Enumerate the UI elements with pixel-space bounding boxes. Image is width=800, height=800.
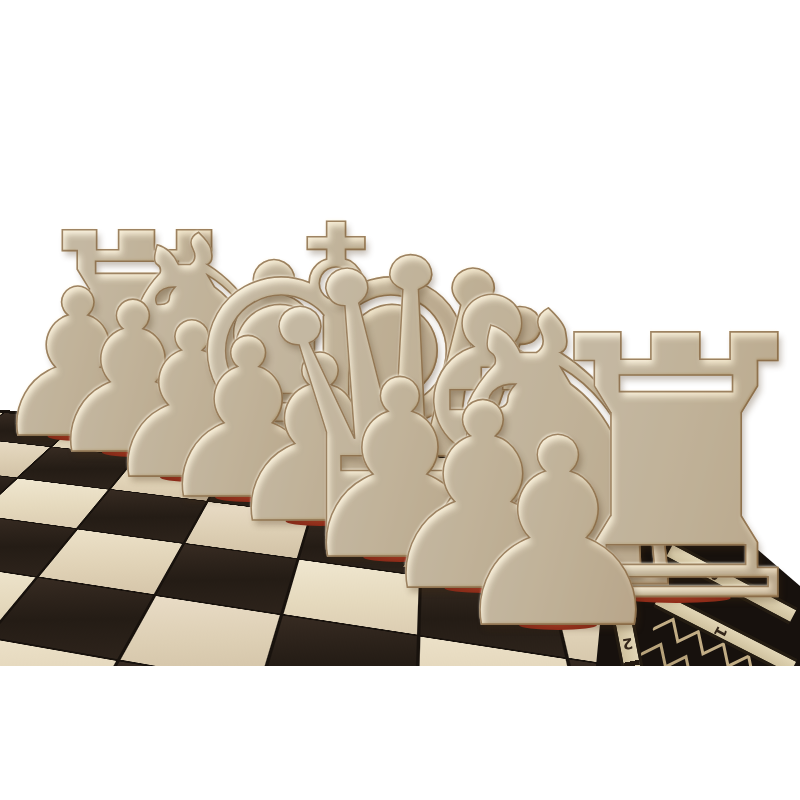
product-photo-stage: 3 2 2 1 ♜♞♟♝♟♟♚♟♟♛♟♝♞♟♜♟ <box>0 0 800 800</box>
photo-crop-bottom <box>0 666 800 800</box>
piece-pawn-8[interactable]: ♟ <box>441 404 674 664</box>
